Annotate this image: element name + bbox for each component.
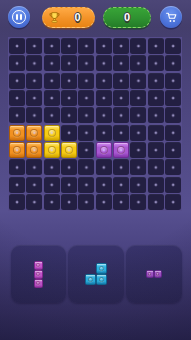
board-cell-orange-brick[interactable] <box>9 142 25 158</box>
piece-block-cyan[interactable] <box>96 263 107 274</box>
board-cell-empty[interactable] <box>61 38 77 54</box>
brick-stud <box>99 266 104 271</box>
trophy-counter: 0 <box>42 7 95 28</box>
board-cell-empty[interactable] <box>130 177 146 193</box>
shopping-cart-icon <box>165 11 178 24</box>
board-cell-purple-brick[interactable] <box>96 142 112 158</box>
board-cell-empty[interactable] <box>130 159 146 175</box>
board-cell-empty[interactable] <box>130 142 146 158</box>
brick-stud <box>13 146 21 154</box>
board-cell-empty[interactable] <box>9 177 25 193</box>
board-cell-empty[interactable] <box>78 177 94 193</box>
board-cell-empty[interactable] <box>44 107 60 123</box>
board-cell-empty[interactable] <box>130 90 146 106</box>
board-cell-empty[interactable] <box>148 38 164 54</box>
board-cell-empty[interactable] <box>165 55 181 71</box>
board-cell-empty[interactable] <box>26 90 42 106</box>
board-cell-empty[interactable] <box>165 159 181 175</box>
board-cell-empty[interactable] <box>9 90 25 106</box>
tray-piece-1[interactable] <box>34 261 43 288</box>
board-cell-empty[interactable] <box>44 73 60 89</box>
board-cell-empty[interactable] <box>165 90 181 106</box>
piece-block-purple[interactable] <box>146 270 154 278</box>
board-cell-empty[interactable] <box>61 125 77 141</box>
shop-button[interactable] <box>160 6 182 28</box>
brick-stud <box>36 281 40 285</box>
board-cell-empty[interactable] <box>113 177 129 193</box>
tray-piece-2[interactable] <box>85 263 107 285</box>
game-screen: 0 0 <box>0 0 191 340</box>
board-cell-empty[interactable] <box>113 159 129 175</box>
board-cell-yellow-brick[interactable] <box>61 142 77 158</box>
board-cell-empty[interactable] <box>113 55 129 71</box>
board-cell-empty[interactable] <box>130 55 146 71</box>
board-cell-empty[interactable] <box>26 194 42 210</box>
tray-piece-3[interactable] <box>146 270 162 278</box>
board-cell-yellow-brick[interactable] <box>44 142 60 158</box>
piece-block-cyan[interactable] <box>85 274 96 285</box>
board-cell-empty[interactable] <box>78 38 94 54</box>
brick-stud <box>117 146 125 154</box>
board-cell-purple-brick[interactable] <box>113 142 129 158</box>
board-cell-empty[interactable] <box>148 159 164 175</box>
board-cell-empty[interactable] <box>148 194 164 210</box>
board-cell-empty[interactable] <box>130 107 146 123</box>
board-cell-empty[interactable] <box>78 194 94 210</box>
board-cell-empty[interactable] <box>96 90 112 106</box>
brick-stud <box>30 129 38 137</box>
board-cell-empty[interactable] <box>9 73 25 89</box>
brick-stud <box>48 146 56 154</box>
board-cell-empty[interactable] <box>96 177 112 193</box>
board-cell-empty[interactable] <box>148 55 164 71</box>
board-cell-empty[interactable] <box>165 73 181 89</box>
board-cell-empty[interactable] <box>113 194 129 210</box>
board-cell-empty[interactable] <box>113 90 129 106</box>
board-cell-empty[interactable] <box>96 125 112 141</box>
board-cell-empty[interactable] <box>148 125 164 141</box>
board-cell-empty[interactable] <box>113 125 129 141</box>
trophy-score: 0 <box>61 12 94 23</box>
brick-stud <box>36 263 40 267</box>
brick-stud <box>13 129 21 137</box>
board-grid <box>8 37 182 211</box>
brick-stud <box>99 277 104 282</box>
board-cell-empty[interactable] <box>78 125 94 141</box>
board-cell-orange-brick[interactable] <box>9 125 25 141</box>
board-cell-orange-brick[interactable] <box>26 142 42 158</box>
board-cell-empty[interactable] <box>44 194 60 210</box>
board-cell-empty[interactable] <box>78 159 94 175</box>
board-cell-empty[interactable] <box>130 38 146 54</box>
board-cell-empty[interactable] <box>130 73 146 89</box>
tray-slot-2[interactable] <box>68 245 124 303</box>
brick-stud <box>148 272 151 275</box>
board-cell-empty[interactable] <box>9 38 25 54</box>
board-cell-empty[interactable] <box>61 55 77 71</box>
board-cell-empty[interactable] <box>61 159 77 175</box>
board-cell-empty[interactable] <box>165 142 181 158</box>
brick-stud <box>48 129 56 137</box>
board-cell-empty[interactable] <box>61 177 77 193</box>
board-cell-empty[interactable] <box>9 194 25 210</box>
board-cell-empty[interactable] <box>78 107 94 123</box>
board-cell-empty[interactable] <box>113 73 129 89</box>
brick-stud <box>88 277 93 282</box>
board-cell-empty[interactable] <box>78 142 94 158</box>
tray-slot-1[interactable] <box>11 245 67 303</box>
board-cell-empty[interactable] <box>165 177 181 193</box>
board-cell-empty[interactable] <box>26 38 42 54</box>
board-cell-empty[interactable] <box>26 177 42 193</box>
coin-score: 0 <box>124 12 130 23</box>
board-cell-empty[interactable] <box>113 107 129 123</box>
board-cell-empty[interactable] <box>61 194 77 210</box>
board-cell-empty[interactable] <box>96 73 112 89</box>
piece-tray <box>11 245 182 303</box>
board-cell-empty[interactable] <box>44 38 60 54</box>
board-cell-empty[interactable] <box>130 194 146 210</box>
board-cell-empty[interactable] <box>148 107 164 123</box>
board-cell-empty[interactable] <box>26 159 42 175</box>
board-cell-empty[interactable] <box>78 55 94 71</box>
board-cell-empty[interactable] <box>61 107 77 123</box>
board-cell-empty[interactable] <box>113 38 129 54</box>
board-cell-empty[interactable] <box>9 55 25 71</box>
board-cell-empty[interactable] <box>130 125 146 141</box>
board-cell-empty[interactable] <box>26 107 42 123</box>
tray-slot-3[interactable] <box>126 245 182 303</box>
board-cell-empty[interactable] <box>96 55 112 71</box>
board-cell-empty[interactable] <box>44 55 60 71</box>
brick-stud <box>156 272 159 275</box>
coin-counter: 0 <box>103 7 151 28</box>
pause-button[interactable] <box>8 6 30 28</box>
board-cell-empty[interactable] <box>26 73 42 89</box>
board-cell-empty[interactable] <box>165 38 181 54</box>
board-cell-empty[interactable] <box>44 90 60 106</box>
board-cell-empty[interactable] <box>165 107 181 123</box>
board-cell-empty[interactable] <box>78 73 94 89</box>
board-cell-empty[interactable] <box>9 107 25 123</box>
board-cell-empty[interactable] <box>148 90 164 106</box>
board-cell-empty[interactable] <box>61 73 77 89</box>
piece-block-cyan[interactable] <box>96 274 107 285</box>
board-cell-empty[interactable] <box>96 107 112 123</box>
board-cell-empty[interactable] <box>148 177 164 193</box>
piece-block-pink[interactable] <box>34 270 43 279</box>
piece-gap <box>85 263 96 274</box>
brick-stud <box>36 272 40 276</box>
piece-block-purple[interactable] <box>154 270 162 278</box>
trophy-icon <box>48 11 61 24</box>
brick-stud <box>65 146 73 154</box>
board-cell-empty[interactable] <box>44 159 60 175</box>
board-cell-yellow-brick[interactable] <box>44 125 60 141</box>
board-cell-empty[interactable] <box>44 177 60 193</box>
board-cell-empty[interactable] <box>61 90 77 106</box>
board-cell-empty[interactable] <box>148 142 164 158</box>
board-cell-orange-brick[interactable] <box>26 125 42 141</box>
top-bar: 0 0 <box>0 0 191 34</box>
board-cell-empty[interactable] <box>96 194 112 210</box>
board-cell-empty[interactable] <box>96 38 112 54</box>
board-cell-empty[interactable] <box>148 73 164 89</box>
board-cell-empty[interactable] <box>165 125 181 141</box>
board-cell-empty[interactable] <box>78 90 94 106</box>
board-cell-empty[interactable] <box>26 55 42 71</box>
piece-block-pink[interactable] <box>34 279 43 288</box>
brick-stud <box>100 146 108 154</box>
brick-stud <box>30 146 38 154</box>
piece-block-pink[interactable] <box>34 261 43 270</box>
board-cell-empty[interactable] <box>9 159 25 175</box>
board-cell-empty[interactable] <box>96 159 112 175</box>
pause-icon <box>12 10 26 24</box>
board-cell-empty[interactable] <box>165 194 181 210</box>
